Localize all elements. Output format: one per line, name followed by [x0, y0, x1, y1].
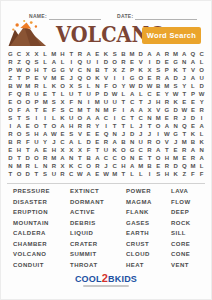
grid-cell: L: [136, 90, 145, 98]
grid-cell: U: [32, 138, 41, 146]
grid-cell: V: [102, 74, 111, 82]
grid-cell: A: [84, 170, 93, 178]
grid-cell: W: [128, 82, 137, 90]
grid-cell: O: [110, 58, 119, 66]
grid-cell: I: [32, 114, 41, 122]
grid-cell: O: [119, 154, 128, 162]
word-list-item: FLANK: [126, 209, 171, 215]
grid-cell: E: [171, 146, 180, 154]
grid-cell: O: [197, 66, 206, 74]
grid-cell: N: [41, 162, 50, 170]
grid-cell: H: [163, 170, 172, 178]
grid-cell: J: [180, 114, 189, 122]
grid-cell: E: [58, 130, 67, 138]
grid-cell: L: [84, 82, 93, 90]
grid-cell: T: [145, 154, 154, 162]
grid-cell: R: [49, 162, 58, 170]
grid-cell: M: [102, 106, 111, 114]
word-list: PRESSUREEXTINCTPOWERLAVADISASTERDORMANTM…: [13, 186, 205, 270]
grid-cell: E: [6, 146, 15, 154]
grid-cell: N: [67, 154, 76, 162]
grid-cell: V: [163, 138, 172, 146]
grid-cell: L: [58, 58, 67, 66]
grid-cell: Q: [180, 122, 189, 130]
word-list-item: DISASTER: [13, 199, 70, 205]
word-list-item: EXTINCT: [70, 188, 126, 194]
grid-cell: U: [67, 114, 76, 122]
grid-cell: E: [154, 162, 163, 170]
grid-cell: A: [32, 146, 41, 154]
grid-cell: E: [23, 122, 32, 130]
grid-cell: B: [119, 138, 128, 146]
grid-cell: F: [197, 170, 206, 178]
grid-cell: A: [58, 122, 67, 130]
grid-cell: N: [84, 66, 93, 74]
grid-cell: F: [23, 138, 32, 146]
grid-cell: K: [189, 130, 198, 138]
grid-cell: A: [154, 50, 163, 58]
grid-cell: K: [102, 50, 111, 58]
grid-cell: A: [189, 74, 198, 82]
grid-cell: P: [163, 66, 172, 74]
grid-cell: E: [93, 130, 102, 138]
grid-cell: X: [67, 146, 76, 154]
grid-cell: D: [189, 114, 198, 122]
word-list-item: LIQUID: [70, 230, 126, 236]
grid-cell: E: [84, 130, 93, 138]
grid-cell: O: [6, 106, 15, 114]
grid-cell: F: [110, 106, 119, 114]
grid-cell: B: [154, 82, 163, 90]
word-list-item: LAVA: [171, 188, 205, 194]
word-list-item: PRESSURE: [13, 188, 70, 194]
word-list-item: CONDUIT: [13, 262, 70, 268]
grid-cell: Q: [23, 58, 32, 66]
grid-cell: A: [180, 50, 189, 58]
grid-cell: Q: [180, 162, 189, 170]
grid-cell: L: [189, 82, 198, 90]
grid-cell: I: [110, 114, 119, 122]
grid-cell: R: [180, 146, 189, 154]
grid-cell: T: [128, 114, 137, 122]
grid-cell: M: [15, 162, 24, 170]
grid-cell: N: [145, 114, 154, 122]
grid-cell: P: [6, 66, 15, 74]
logo-tagline: [83, 285, 129, 287]
grid-cell: X: [58, 98, 67, 106]
grid-cell: U: [84, 90, 93, 98]
grid-cell: I: [67, 58, 76, 66]
grid-cell: N: [93, 82, 102, 90]
grid-cell: M: [23, 82, 32, 90]
word-list-item: GASES: [126, 220, 171, 226]
grid-cell: J: [171, 138, 180, 146]
grid-cell: X: [110, 66, 119, 74]
grid-cell: P: [128, 66, 137, 74]
grid-cell: S: [32, 58, 41, 66]
grid-cell: V: [67, 66, 76, 74]
grid-cell: N: [110, 130, 119, 138]
grid-cell: M: [154, 114, 163, 122]
grid-cell: W: [49, 130, 58, 138]
grid-cell: A: [23, 106, 32, 114]
grid-cell: U: [136, 138, 145, 146]
word-list-item: EARTH: [126, 230, 171, 236]
grid-cell: N: [171, 122, 180, 130]
grid-cell: N: [128, 154, 137, 162]
grid-cell: G: [49, 66, 58, 74]
grid-cell: C: [58, 138, 67, 146]
grid-cell: Y: [180, 82, 189, 90]
grid-cell: T: [15, 154, 24, 162]
grid-cell: D: [84, 138, 93, 146]
grid-cell: O: [154, 138, 163, 146]
grid-cell: L: [119, 90, 128, 98]
grid-cell: M: [49, 74, 58, 82]
grid-cell: T: [119, 98, 128, 106]
grid-cell: T: [119, 170, 128, 178]
grid-cell: E: [189, 106, 198, 114]
grid-cell: R: [154, 74, 163, 82]
grid-cell: G: [163, 106, 172, 114]
grid-cell: I: [119, 106, 128, 114]
word-search-badge: Word Search: [142, 27, 201, 44]
grid-cell: K: [171, 98, 180, 106]
grid-cell: G: [6, 50, 15, 58]
grid-cell: U: [32, 90, 41, 98]
word-list-item: CORE: [171, 241, 205, 247]
word-list-item: VENT: [171, 262, 205, 268]
grid-cell: E: [154, 90, 163, 98]
grid-cell: D: [197, 82, 206, 90]
grid-cell: E: [41, 106, 50, 114]
grid-cell: C: [197, 50, 206, 58]
grid-cell: O: [154, 122, 163, 130]
grid-cell: I: [145, 170, 154, 178]
grid-cell: J: [49, 138, 58, 146]
grid-cell: Q: [76, 74, 85, 82]
word-list-item: MAGMA: [126, 199, 171, 205]
grid-cell: S: [6, 114, 15, 122]
grid-cell: B: [119, 50, 128, 58]
word-list-item: ERUPTION: [13, 209, 70, 215]
grid-cell: D: [171, 106, 180, 114]
grid-cell: E: [93, 138, 102, 146]
grid-cell: I: [93, 58, 102, 66]
grid-cell: D: [154, 58, 163, 66]
grid-cell: T: [102, 66, 111, 74]
grid-cell: E: [180, 98, 189, 106]
grid-cell: C: [102, 154, 111, 162]
word-list-item: DEBRIS: [70, 220, 126, 226]
grid-cell: R: [84, 122, 93, 130]
grid-cell: I: [119, 74, 128, 82]
grid-cell: H: [163, 154, 172, 162]
grid-cell: I: [197, 114, 206, 122]
grid-cell: O: [15, 130, 24, 138]
grid-cell: P: [189, 90, 198, 98]
grid-cell: I: [102, 122, 111, 130]
grid-cell: E: [163, 58, 172, 66]
grid-cell: V: [41, 74, 50, 82]
grid-cell: U: [102, 146, 111, 154]
grid-cell: A: [154, 146, 163, 154]
grid-cell: J: [136, 130, 145, 138]
grid-cell: F: [49, 106, 58, 114]
grid-cell: C: [110, 162, 119, 170]
grid-cell: R: [163, 50, 172, 58]
grid-cell: D: [23, 170, 32, 178]
grid-cell: R: [76, 122, 85, 130]
grid-cell: T: [84, 106, 93, 114]
grid-cell: R: [58, 170, 67, 178]
grid-cell: T: [110, 122, 119, 130]
grid-cell: Z: [119, 66, 128, 74]
logo-bkids-text: BKIDS: [108, 274, 137, 284]
grid-cell: L: [197, 58, 206, 66]
grid-cell: H: [119, 162, 128, 170]
grid-cell: D: [6, 154, 15, 162]
grid-cell: E: [41, 90, 50, 98]
word-list-item: DEEP: [171, 209, 205, 215]
grid-cell: R: [171, 114, 180, 122]
grid-cell: T: [6, 170, 15, 178]
grid-cell: E: [93, 170, 102, 178]
grid-cell: C: [128, 98, 137, 106]
word-search-badge-label: Word Search: [147, 31, 196, 40]
grid-cell: U: [197, 74, 206, 82]
grid-cell: S: [49, 98, 58, 106]
grid-cell: G: [171, 130, 180, 138]
grid-cell: I: [110, 74, 119, 82]
grid-cell: A: [15, 122, 24, 130]
grid-cell: E: [163, 114, 172, 122]
grid-cell: E: [58, 74, 67, 82]
word-list-item: VOLCANO: [13, 251, 70, 257]
grid-cell: A: [145, 50, 154, 58]
grid-cell: S: [110, 50, 119, 58]
grid-cell: R: [23, 162, 32, 170]
grid-cell: O: [15, 170, 24, 178]
grid-cell: A: [163, 122, 172, 130]
grid-cell: I: [84, 98, 93, 106]
grid-cell: C: [136, 114, 145, 122]
grid-cell: V: [154, 106, 163, 114]
grid-cell: W: [163, 130, 172, 138]
letter-grid: GCXXLMHTRAEKSBMDAARMAQCRZQSLALIQUIDOREVI…: [6, 50, 206, 178]
grid-cell: D: [102, 90, 111, 98]
grid-cell: M: [171, 154, 180, 162]
grid-cell: H: [58, 50, 67, 58]
grid-cell: C: [136, 146, 145, 154]
divider-line: [7, 183, 205, 184]
word-list-item: ACTIVE: [70, 209, 126, 215]
grid-cell: R: [102, 138, 111, 146]
grid-cell: U: [102, 98, 111, 106]
grid-cell: F: [67, 98, 76, 106]
grid-cell: B: [189, 138, 198, 146]
grid-cell: A: [128, 106, 137, 114]
grid-cell: X: [58, 162, 67, 170]
grid-cell: W: [102, 170, 111, 178]
grid-cell: M: [49, 154, 58, 162]
grid-cell: R: [41, 154, 50, 162]
grid-cell: O: [84, 162, 93, 170]
grid-cell: R: [145, 146, 154, 154]
grid-cell: Q: [102, 130, 111, 138]
grid-cell: D: [136, 82, 145, 90]
grid-cell: V: [136, 58, 145, 66]
grid-cell: I: [154, 130, 163, 138]
word-list-item: MOUNTAIN: [13, 220, 70, 226]
word-list-item: POWER: [126, 188, 171, 194]
grid-cell: D: [171, 162, 180, 170]
grid-cell: C: [76, 66, 85, 74]
grid-cell: K: [110, 146, 119, 154]
grid-cell: F: [189, 170, 198, 178]
grid-cell: R: [6, 58, 15, 66]
grid-cell: R: [119, 58, 128, 66]
grid-cell: A: [197, 122, 206, 130]
logo-cool-text: COOL: [75, 274, 102, 284]
grid-cell: Z: [15, 58, 24, 66]
grid-cell: Q: [76, 58, 85, 66]
grid-cell: L: [128, 170, 137, 178]
grid-cell: C: [102, 114, 111, 122]
grid-cell: H: [32, 130, 41, 138]
grid-cell: G: [128, 74, 137, 82]
word-list-item: ROCK: [171, 220, 205, 226]
grid-cell: C: [76, 162, 85, 170]
grid-cell: L: [49, 114, 58, 122]
word-list-item: FLOW: [171, 199, 205, 205]
grid-cell: K: [58, 114, 67, 122]
grid-cell: A: [189, 146, 198, 154]
grid-cell: J: [180, 74, 189, 82]
grid-cell: X: [145, 66, 154, 74]
grid-cell: B: [6, 82, 15, 90]
grid-cell: T: [67, 50, 76, 58]
cool2bkids-logo: COOL2BKIDS: [0, 273, 212, 284]
grid-cell: O: [136, 74, 145, 82]
grid-cell: A: [67, 138, 76, 146]
grid-cell: K: [136, 66, 145, 74]
grid-cell: A: [93, 114, 102, 122]
grid-cell: O: [32, 122, 41, 130]
grid-cell: H: [32, 66, 41, 74]
grid-cell: X: [145, 106, 154, 114]
date-blank-line: [135, 13, 197, 20]
grid-cell: A: [41, 130, 50, 138]
grid-cell: R: [189, 154, 198, 162]
grid-cell: O: [84, 74, 93, 82]
grid-cell: F: [102, 82, 111, 90]
grid-cell: X: [58, 146, 67, 154]
grid-cell: W: [197, 90, 206, 98]
grid-cell: S: [58, 106, 67, 114]
grid-cell: O: [58, 82, 67, 90]
grid-cell: E: [189, 98, 198, 106]
grid-cell: M: [180, 138, 189, 146]
grid-cell: M: [110, 170, 119, 178]
grid-cell: S: [23, 130, 32, 138]
grid-cell: R: [163, 162, 172, 170]
grid-cell: S: [171, 82, 180, 90]
grid-cell: M: [128, 50, 137, 58]
grid-cell: B: [145, 162, 154, 170]
grid-cell: M: [189, 162, 198, 170]
grid-cell: W: [145, 82, 154, 90]
grid-cell: S: [76, 82, 85, 90]
grid-cell: T: [76, 154, 85, 162]
grid-cell: C: [145, 90, 154, 98]
grid-cell: T: [180, 130, 189, 138]
grid-cell: R: [15, 138, 24, 146]
date-field: DATE:: [117, 13, 197, 20]
grid-cell: T: [76, 90, 85, 98]
grid-cell: L: [128, 122, 137, 130]
grid-cell: K: [197, 138, 206, 146]
grid-cell: R: [6, 130, 15, 138]
grid-cell: F: [84, 146, 93, 154]
grid-cell: T: [49, 90, 58, 98]
grid-cell: R: [163, 98, 172, 106]
grid-cell: G: [58, 66, 67, 74]
grid-cell: T: [180, 66, 189, 74]
grid-cell: N: [6, 162, 15, 170]
grid-cell: R: [145, 138, 154, 146]
grid-cell: A: [84, 50, 93, 58]
grid-cell: W: [15, 82, 24, 90]
grid-cell: M: [76, 106, 85, 114]
grid-cell: Z: [180, 170, 189, 178]
grid-cell: K: [49, 82, 58, 90]
grid-cell: G: [171, 58, 180, 66]
grid-cell: E: [6, 98, 15, 106]
grid-cell: B: [6, 138, 15, 146]
grid-cell: O: [76, 114, 85, 122]
word-list-item: DORMANT: [70, 199, 126, 205]
grid-cell: O: [23, 66, 32, 74]
grid-cell: Q: [15, 90, 24, 98]
grid-cell: K: [171, 66, 180, 74]
grid-cell: J: [136, 122, 145, 130]
grid-cell: J: [102, 162, 111, 170]
grid-cell: O: [119, 146, 128, 154]
grid-cell: S: [67, 130, 76, 138]
grid-cell: S: [154, 66, 163, 74]
grid-cell: O: [23, 98, 32, 106]
grid-cell: U: [67, 90, 76, 98]
grid-cell: A: [93, 154, 102, 162]
grid-cell: L: [76, 138, 85, 146]
grid-cell: W: [180, 106, 189, 114]
grid-cell: X: [76, 146, 85, 154]
grid-cell: M: [41, 98, 50, 106]
grid-cell: S: [41, 170, 50, 178]
grid-cell: U: [110, 98, 119, 106]
grid-cell: T: [32, 106, 41, 114]
grid-cell: D: [128, 130, 137, 138]
grid-cell: C: [119, 114, 128, 122]
grid-cell: A: [49, 58, 58, 66]
grid-cell: C: [67, 106, 76, 114]
volcano-icon: [7, 19, 57, 48]
grid-cell: T: [41, 122, 50, 130]
grid-cell: T: [136, 98, 145, 106]
grid-cell: R: [197, 106, 206, 114]
grid-cell: R: [93, 162, 102, 170]
